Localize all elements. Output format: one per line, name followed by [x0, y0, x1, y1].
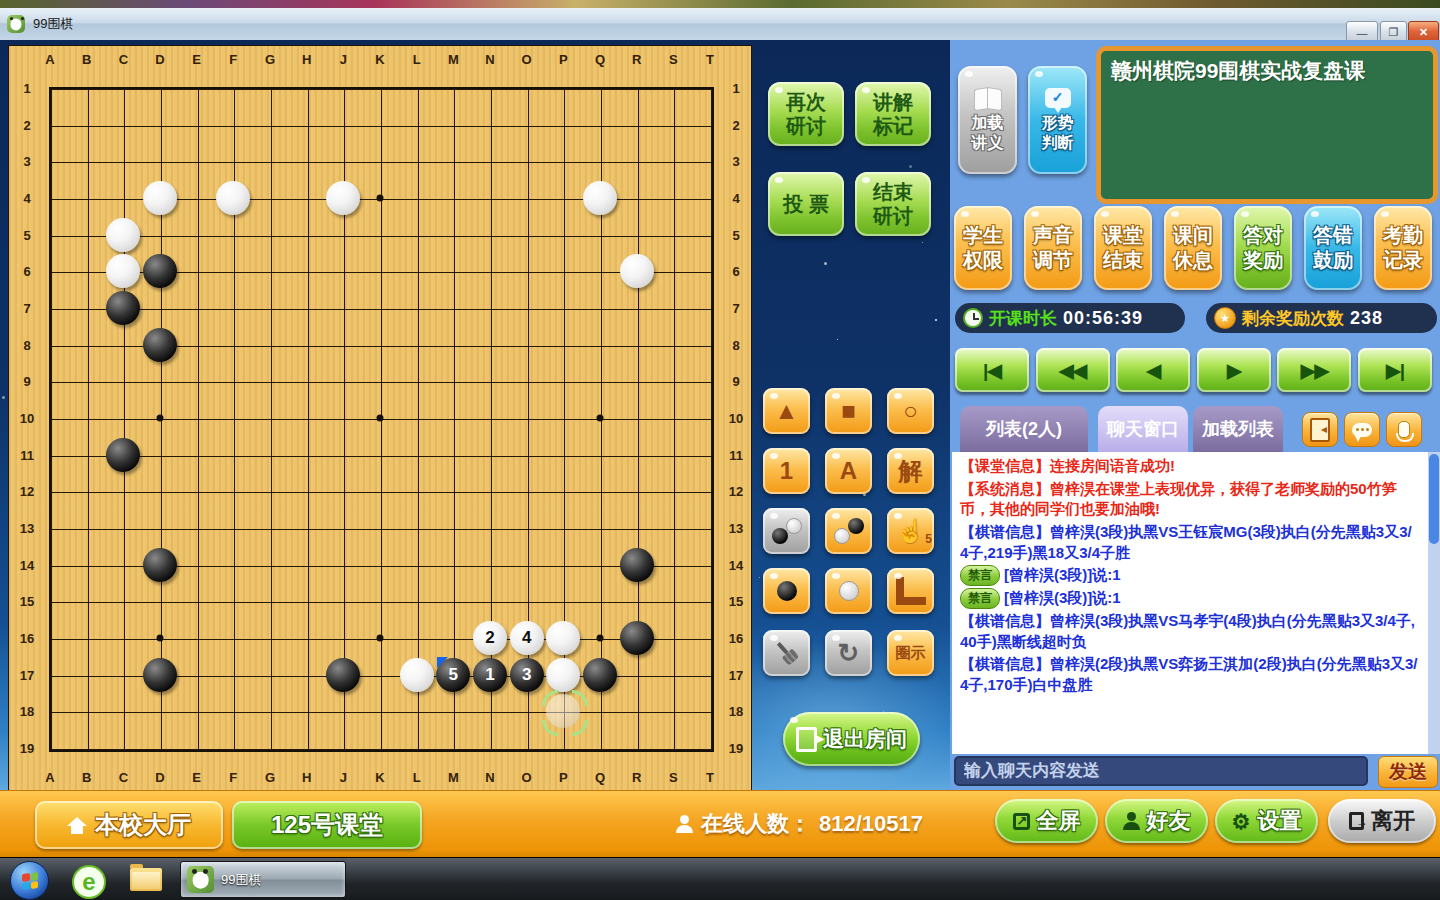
star-point [377, 415, 384, 422]
situation-judge-button[interactable]: ✓ 形势 判断 [1028, 66, 1087, 174]
row-label: 5 [23, 227, 30, 242]
go-last-button[interactable]: ▶| [1358, 348, 1432, 392]
black-stone-icon [777, 581, 797, 601]
chat-message: 【系统消息】曾梓淏在课堂上表现优异，获得了老师奖励的50竹笋币，其他的同学们也要… [960, 479, 1420, 520]
microphone-icon[interactable] [1386, 412, 1422, 447]
column-label: K [375, 770, 384, 785]
row-label: 14 [20, 557, 34, 572]
black-stone-D6[interactable] [143, 254, 177, 288]
explain-mark-button[interactable]: 讲解标记 [855, 82, 931, 146]
reward-value: 238 [1350, 308, 1383, 329]
move-number: 4 [522, 628, 531, 648]
row-label: 7 [732, 301, 739, 316]
row-label: 6 [23, 264, 30, 279]
column-label: A [45, 52, 54, 67]
ruler-icon [896, 577, 926, 605]
row-label: 15 [20, 594, 34, 609]
task-panda-icon [187, 866, 214, 893]
row-label: 9 [23, 374, 30, 389]
answer-tool[interactable]: 解 [887, 448, 934, 494]
refresh-tool[interactable]: ↻ [825, 630, 872, 676]
home-icon [67, 817, 87, 834]
start-button[interactable] [10, 861, 49, 900]
row-label: 17 [20, 667, 34, 682]
broom-icon [769, 635, 804, 670]
row-label: 13 [729, 521, 743, 536]
black-stone-R16[interactable] [620, 621, 654, 655]
column-label: C [119, 52, 128, 67]
column-label: D [155, 52, 164, 67]
row-label: 1 [732, 81, 739, 96]
column-label: J [340, 52, 347, 67]
friends-button[interactable]: 好友 [1105, 799, 1208, 843]
row-label: 3 [732, 154, 739, 169]
column-label: R [632, 770, 641, 785]
mute-badge-button[interactable]: 禁言 [960, 565, 1000, 586]
row-label: 4 [23, 191, 30, 206]
column-label: F [229, 52, 237, 67]
chat-message: 【课堂信息】连接房间语音成功! [960, 456, 1420, 477]
white-stone-C6[interactable] [106, 254, 140, 288]
chat-message: 禁言[曾梓淏(3段)]说:1 [960, 588, 1420, 609]
row-label: 6 [732, 264, 739, 279]
duration-label: 开课时长 [989, 307, 1057, 330]
app-panda-icon [7, 15, 25, 33]
starry-background: AABBCCDDEEFFGGHHJJKKLLMMNNOOPPQQRRSSTT11… [0, 40, 950, 790]
refresh-icon: ↻ [838, 640, 860, 666]
white-stone-J4[interactable] [326, 181, 360, 215]
step-forward-button[interactable]: ▶ [1197, 348, 1271, 392]
desktop-background-strip [0, 0, 1440, 8]
bottom-bar: 本校大厅 125号课堂 在线人数： 812/10517 全屏 好友 ⚙ 设置 离… [0, 790, 1440, 858]
star-point [597, 635, 604, 642]
stones-pair-icon [834, 518, 864, 544]
column-label: R [632, 52, 641, 67]
column-label: O [522, 770, 532, 785]
star-point [157, 415, 164, 422]
row-label: 14 [729, 557, 743, 572]
clock-icon [963, 308, 983, 328]
school-hall-tab[interactable]: 本校大厅 [35, 801, 223, 849]
kick-user-icon[interactable] [1302, 412, 1338, 447]
column-label: L [413, 52, 421, 67]
scrollbar-thumb[interactable] [1429, 454, 1439, 544]
row-label: 19 [729, 741, 743, 756]
white-stone-P16[interactable] [546, 621, 580, 655]
right-panel: 加载 讲义 ✓ 形势 判断 赣州棋院99围棋实战复盘课 开课时长 00:56:3… [950, 40, 1440, 790]
mark-number-tool[interactable]: 1 [763, 448, 810, 494]
mark-square-tool[interactable]: ■ [825, 388, 872, 434]
go-first-button[interactable]: |◀ [955, 348, 1029, 392]
row-label: 9 [732, 374, 739, 389]
duration-value: 00:56:39 [1063, 308, 1143, 329]
star-point [377, 635, 384, 642]
browser-taskbar-icon[interactable]: e [72, 865, 106, 899]
star-point [597, 415, 604, 422]
reward-label: 剩余奖励次数 [1242, 307, 1344, 330]
column-label: P [559, 52, 568, 67]
column-label: M [448, 770, 459, 785]
black-stone-N17[interactable]: 1 [473, 658, 507, 692]
fullscreen-icon [1013, 813, 1030, 830]
class-end-button[interactable]: 课堂结束 [1094, 206, 1152, 290]
stones-pair-icon [772, 518, 802, 544]
column-label: E [192, 770, 201, 785]
class-break-button[interactable]: 课间休息 [1164, 206, 1222, 290]
circle-show-tool[interactable]: 圈示 [887, 630, 934, 676]
white-stone-F4[interactable] [216, 181, 250, 215]
row-label: 18 [729, 704, 743, 719]
explorer-taskbar-icon[interactable] [130, 868, 162, 891]
window-title: 99围棋 [33, 15, 73, 33]
active-task-button[interactable]: 99围棋 [180, 861, 346, 898]
reward-count-pill: ★ 剩余奖励次数 238 [1206, 303, 1437, 333]
black-stone-J17[interactable] [326, 658, 360, 692]
exit-room-label: 退出房间 [823, 725, 907, 753]
load-lecture-button[interactable]: 加载 讲义 [958, 66, 1017, 174]
row-label: 1 [23, 81, 30, 96]
star [2, 396, 5, 399]
column-label: H [302, 770, 311, 785]
windows-flag-icon [22, 872, 38, 890]
row-label: 8 [732, 337, 739, 352]
chat-scrollbar[interactable] [1428, 452, 1440, 754]
white-stone-D4[interactable] [143, 181, 177, 215]
window-titlebar: 99围棋 — ❐ ✕ [0, 8, 1440, 41]
row-label: 11 [729, 447, 743, 462]
rewind-button[interactable]: ◀◀ [1036, 348, 1110, 392]
black-stone-O17[interactable]: 3 [510, 658, 544, 692]
row-label: 16 [729, 631, 743, 646]
white-stone-P17[interactable] [546, 658, 580, 692]
star [759, 577, 760, 578]
column-label: T [706, 770, 714, 785]
tab-chat-window[interactable]: 聊天窗口 [1098, 406, 1188, 452]
alternate-stones-tool[interactable] [825, 508, 872, 554]
column-label: T [706, 52, 714, 67]
row-label: 10 [729, 411, 743, 426]
column-label: E [192, 52, 201, 67]
white-stone-R6[interactable] [620, 254, 654, 288]
star [922, 242, 923, 243]
row-label: 3 [23, 154, 30, 169]
mark-letter-tool[interactable]: A [825, 448, 872, 494]
vote-button[interactable]: 投 票 [768, 172, 844, 236]
column-label: P [559, 770, 568, 785]
taskbar: e 99围棋 @ 屏幕录像专家未注册 tlxsoft.com 20:15 202… [0, 857, 1440, 900]
count-hand-tool[interactable]: ☝5 [887, 508, 934, 554]
black-stone-C11[interactable] [106, 438, 140, 472]
column-label: N [485, 52, 494, 67]
row-label: 2 [732, 117, 739, 132]
mark-circle-tool[interactable]: ○ [887, 388, 934, 434]
book-icon [973, 88, 1003, 108]
move-number: 5 [449, 665, 458, 685]
leave-door-icon [1349, 812, 1364, 830]
class-duration-pill: 开课时长 00:56:39 [955, 303, 1185, 333]
voice-adjust-button[interactable]: 声音调节 [1024, 206, 1082, 290]
hand-icon: ☝5 [896, 520, 925, 543]
row-label: 4 [732, 191, 739, 206]
column-label: L [413, 770, 421, 785]
column-label: Q [595, 770, 605, 785]
wrong-encourage-button[interactable]: 答错鼓励 [1304, 206, 1362, 290]
chalkboard: 赣州棋院99围棋实战复盘课 [1096, 46, 1438, 204]
star-point [377, 195, 384, 202]
column-label: C [119, 770, 128, 785]
row-label: 17 [729, 667, 743, 682]
go-board[interactable]: AABBCCDDEEFFGGHHJJKKLLMMNNOOPPQQRRSSTT11… [8, 45, 752, 790]
move-number: 3 [522, 665, 531, 685]
tab-member-list[interactable]: 列表(2人) [960, 406, 1088, 452]
black-stone-D14[interactable] [143, 548, 177, 582]
column-label: Q [595, 52, 605, 67]
step-back-button[interactable]: ◀ [1116, 348, 1190, 392]
column-label: N [485, 770, 494, 785]
fullscreen-button[interactable]: 全屏 [995, 799, 1098, 843]
chat-message: 【棋谱信息】曾梓淏(2段)执黑VS弈扬王淇加(2段)执白(分先黑贴3又3/4子,… [960, 654, 1420, 695]
row-label: 8 [23, 337, 30, 352]
check-badge-icon: ✓ [1045, 88, 1071, 108]
screen: 99围棋 — ❐ ✕ AABBCCDDEEFFGGHHJJKKLLMMNNOOP… [0, 0, 1440, 900]
row-label: 18 [20, 704, 34, 719]
column-label: A [45, 770, 54, 785]
chat-message-area: 【课堂信息】连接房间语音成功!【系统消息】曾梓淏在课堂上表现优异，获得了老师奖励… [952, 452, 1428, 754]
white-stone-N16[interactable]: 2 [473, 621, 507, 655]
send-button[interactable]: 发送 [1378, 756, 1438, 788]
column-label: G [265, 770, 275, 785]
move-number: 2 [485, 628, 494, 648]
column-label: G [265, 52, 275, 67]
white-stone-O16[interactable]: 4 [510, 621, 544, 655]
online-count: 在线人数： 812/10517 [676, 809, 923, 839]
white-stone-icon [839, 581, 859, 601]
row-label: 16 [20, 631, 34, 646]
row-label: 13 [20, 521, 34, 536]
column-label: S [669, 770, 678, 785]
star [909, 165, 912, 168]
column-label: H [302, 52, 311, 67]
mark-triangle-tool[interactable]: ▲ [763, 388, 810, 434]
black-stone-D17[interactable] [143, 658, 177, 692]
column-label: K [375, 52, 384, 67]
tab-load-list[interactable]: 加载列表 [1193, 406, 1283, 452]
classroom-tab[interactable]: 125号课堂 [232, 801, 422, 849]
chat-input[interactable] [954, 756, 1368, 786]
black-stone-C7[interactable] [106, 291, 140, 325]
mute-badge-button[interactable]: 禁言 [960, 588, 1000, 609]
gear-icon: ⚙ [1232, 811, 1251, 832]
column-label: D [155, 770, 164, 785]
exit-door-icon [796, 727, 817, 752]
chat-message: 【棋谱信息】曾梓淏(3段)执黑VS马孝宇(4段)执白(分先黑贴3又3/4子,40… [960, 611, 1420, 652]
white-stone-L17[interactable] [400, 658, 434, 692]
leave-button[interactable]: 离开 [1328, 799, 1436, 843]
row-label: 5 [732, 227, 739, 242]
chat-message: 禁言[曾梓淏(3段)]说:1 [960, 565, 1420, 586]
column-label: M [448, 52, 459, 67]
measure-tool[interactable] [887, 568, 934, 614]
person-icon [676, 815, 693, 833]
blue-triangle-marker [437, 657, 448, 668]
student-permission-button[interactable]: 学生权限 [954, 206, 1012, 290]
white-stone-tool[interactable] [825, 568, 872, 614]
row-label: 7 [23, 301, 30, 316]
star-point [157, 635, 164, 642]
row-label: 12 [20, 484, 34, 499]
medal-icon: ★ [1214, 307, 1236, 329]
end-discuss-button[interactable]: 结束研讨 [855, 172, 931, 236]
column-label: J [340, 770, 347, 785]
re-discuss-button[interactable]: 再次研讨 [768, 82, 844, 146]
trial-stones-tool[interactable] [763, 508, 810, 554]
row-label: 12 [729, 484, 743, 499]
column-label: S [669, 52, 678, 67]
lesson-title: 赣州棋院99围棋实战复盘课 [1101, 51, 1433, 91]
row-label: 2 [23, 117, 30, 132]
chat-bubble-icon[interactable] [1344, 412, 1380, 447]
column-label: B [82, 52, 91, 67]
row-label: 10 [20, 411, 34, 426]
black-stone-D8[interactable] [143, 328, 177, 362]
friend-icon [1123, 812, 1140, 830]
chat-message: 【棋谱信息】曾梓淏(3段)执黑VS王钰宸MG(3段)执白(分先黑贴3又3/4子,… [960, 522, 1420, 563]
star [824, 262, 827, 265]
black-stone-R14[interactable] [620, 548, 654, 582]
row-label: 15 [729, 594, 743, 609]
attendance-record-button[interactable]: 考勤记录 [1374, 206, 1432, 290]
fast-forward-button[interactable]: ▶▶ [1277, 348, 1351, 392]
column-label: F [229, 770, 237, 785]
black-stone-Q17[interactable] [583, 658, 617, 692]
black-stone-tool[interactable] [763, 568, 810, 614]
star [837, 339, 838, 340]
column-label: B [82, 770, 91, 785]
column-label: O [522, 52, 532, 67]
white-stone-Q4[interactable] [583, 181, 617, 215]
row-label: 11 [20, 447, 34, 462]
correct-reward-button[interactable]: 答对奖励 [1234, 206, 1292, 290]
settings-button[interactable]: ⚙ 设置 [1215, 799, 1318, 843]
move-number: 1 [485, 665, 494, 685]
clear-marks-tool[interactable] [763, 630, 810, 676]
row-label: 19 [20, 741, 34, 756]
white-stone-C5[interactable] [106, 218, 140, 252]
exit-room-button[interactable]: 退出房间 [783, 712, 920, 766]
star [935, 319, 937, 321]
